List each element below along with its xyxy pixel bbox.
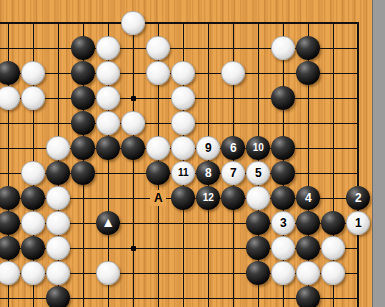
white-stone[interactable] [146,136,170,160]
move-number: 6 [230,142,237,154]
black-stone[interactable] [96,136,120,160]
white-stone[interactable] [246,186,270,210]
board-right-edge-shadow [372,0,385,307]
black-stone[interactable] [271,136,295,160]
black-stone[interactable] [221,186,245,210]
black-stone[interactable] [296,36,320,60]
black-stone[interactable]: ▲ [96,211,120,235]
black-stone[interactable] [46,161,70,185]
star-point [131,246,136,251]
black-stone[interactable] [0,236,20,260]
white-stone[interactable] [121,111,145,135]
move-number: 8 [205,167,212,179]
black-stone[interactable]: 8 [196,161,220,185]
white-stone[interactable] [146,61,170,85]
go-board[interactable]: 9610118751242▲31A [0,0,385,307]
white-stone[interactable] [296,261,320,285]
move-number: 2 [355,192,362,204]
black-stone[interactable] [246,236,270,260]
black-stone[interactable]: 4 [296,186,320,210]
white-stone[interactable]: 11 [171,161,195,185]
triangle-marker: ▲ [101,215,115,229]
point-label-A[interactable]: A [150,190,166,206]
move-number: 4 [305,192,312,204]
move-number: 12 [203,193,214,203]
white-stone[interactable]: 9 [196,136,220,160]
white-stone[interactable] [96,86,120,110]
white-stone[interactable] [96,261,120,285]
black-stone[interactable]: 6 [221,136,245,160]
white-stone[interactable]: 7 [221,161,245,185]
black-stone[interactable] [21,236,45,260]
white-stone[interactable] [171,86,195,110]
white-stone[interactable] [271,36,295,60]
white-stone[interactable] [321,261,345,285]
black-stone[interactable] [296,61,320,85]
black-stone[interactable] [271,186,295,210]
white-stone[interactable] [0,86,20,110]
white-stone[interactable] [146,36,170,60]
white-stone[interactable] [271,261,295,285]
move-number: 5 [255,167,262,179]
black-stone[interactable] [171,186,195,210]
move-number: 3 [280,217,287,229]
black-stone[interactable]: 2 [346,186,370,210]
white-stone[interactable] [21,86,45,110]
grid-line-vertical [133,22,134,307]
black-stone[interactable] [46,286,70,307]
black-stone[interactable] [296,236,320,260]
move-number: 9 [205,142,212,154]
move-number: 11 [178,168,189,178]
black-stone[interactable] [121,136,145,160]
black-stone[interactable]: 10 [246,136,270,160]
move-number: 10 [253,143,264,153]
black-stone[interactable] [0,61,20,85]
white-stone[interactable] [0,261,20,285]
black-stone[interactable] [296,211,320,235]
grid-line-vertical [357,22,359,307]
white-stone[interactable] [171,111,195,135]
black-stone[interactable] [246,211,270,235]
white-stone[interactable] [321,236,345,260]
star-point [131,96,136,101]
black-stone[interactable] [146,161,170,185]
white-stone[interactable] [21,211,45,235]
go-board-diagram: 9610118751242▲31A [0,0,385,307]
black-stone[interactable] [321,211,345,235]
black-stone[interactable] [271,86,295,110]
white-stone[interactable]: 1 [346,211,370,235]
move-number: 7 [230,167,237,179]
white-stone[interactable] [171,61,195,85]
black-stone[interactable] [71,161,95,185]
white-stone[interactable]: 3 [271,211,295,235]
white-stone[interactable] [96,36,120,60]
white-stone[interactable] [96,61,120,85]
move-number: 1 [355,217,362,229]
white-stone[interactable] [46,186,70,210]
white-stone[interactable] [21,261,45,285]
white-stone[interactable] [21,61,45,85]
black-stone[interactable] [0,211,20,235]
white-stone[interactable] [46,261,70,285]
grid-line-horizontal [0,22,359,24]
black-stone[interactable] [71,61,95,85]
black-stone[interactable] [71,111,95,135]
black-stone[interactable] [296,286,320,307]
black-stone[interactable] [246,261,270,285]
black-stone[interactable] [71,36,95,60]
white-stone[interactable] [46,211,70,235]
black-stone[interactable] [71,86,95,110]
black-stone[interactable] [21,186,45,210]
white-stone[interactable] [21,161,45,185]
black-stone[interactable] [0,186,20,210]
white-stone[interactable] [171,136,195,160]
white-stone[interactable] [46,136,70,160]
black-stone[interactable]: 12 [196,186,220,210]
black-stone[interactable] [271,161,295,185]
white-stone[interactable] [271,236,295,260]
white-stone[interactable] [221,61,245,85]
white-stone[interactable]: 5 [246,161,270,185]
white-stone[interactable] [46,236,70,260]
black-stone[interactable] [71,136,95,160]
white-stone[interactable] [121,11,145,35]
white-stone[interactable] [96,111,120,135]
